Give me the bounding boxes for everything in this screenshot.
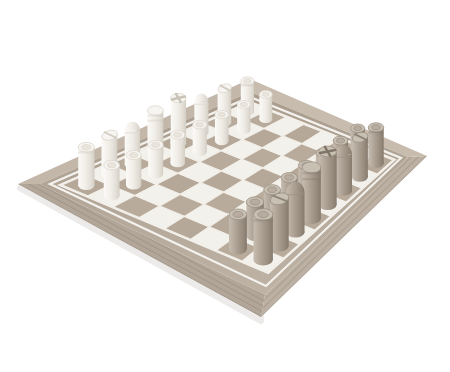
white-pawn[interactable] [148, 140, 163, 178]
white-pawn[interactable] [170, 130, 185, 167]
white-rook[interactable] [78, 142, 94, 190]
chessboard-scene [0, 0, 450, 372]
marble-chess-set-photo [0, 0, 450, 372]
white-pawn[interactable] [193, 120, 207, 156]
white-pawn[interactable] [215, 110, 229, 145]
gray-pawn[interactable] [229, 209, 247, 254]
gray-king[interactable] [319, 146, 337, 210]
gray-bishop[interactable] [336, 145, 353, 196]
gray-knight[interactable] [351, 131, 369, 182]
white-pawn[interactable] [126, 150, 141, 189]
white-pawn[interactable] [237, 100, 250, 134]
gray-rook[interactable] [368, 123, 383, 168]
white-pawn[interactable] [104, 160, 120, 200]
gray-queen[interactable] [302, 162, 321, 224]
gray-rook[interactable] [254, 209, 273, 266]
gray-bishop[interactable] [286, 182, 304, 238]
white-pawn[interactable] [259, 90, 272, 123]
